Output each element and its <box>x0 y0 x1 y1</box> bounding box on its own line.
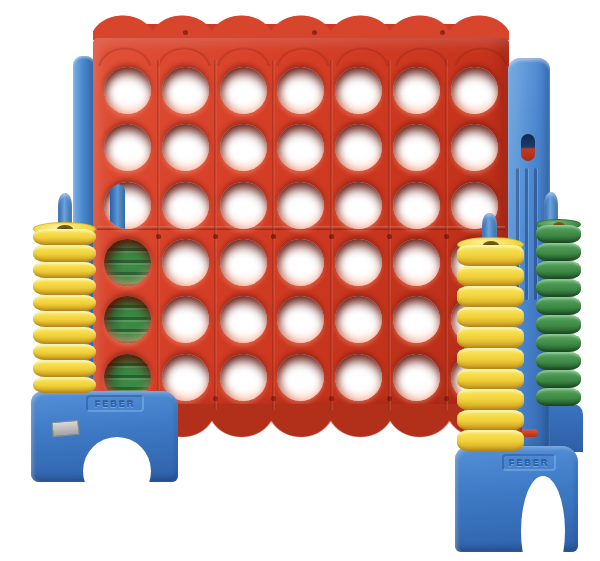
hole-r4c1 <box>104 239 151 286</box>
board-cell <box>445 119 503 176</box>
hole-r1c2 <box>162 67 209 114</box>
giant-connect-four-product-photo: FEBER FEBER <box>0 0 600 561</box>
board-cell <box>272 119 330 176</box>
hole-r5c5 <box>335 296 382 343</box>
hole-r4c4 <box>277 239 324 286</box>
green-disc <box>536 261 581 279</box>
board-cell <box>272 177 330 234</box>
hole-r4c3 <box>220 239 267 286</box>
hole-r2c7 <box>451 124 498 171</box>
hole-r1c4 <box>277 67 324 114</box>
hole-r6c4 <box>277 354 324 401</box>
stack-front-right <box>457 245 524 451</box>
rim-vent-dot <box>440 30 445 35</box>
green-disc <box>536 243 581 261</box>
hole-r5c6 <box>393 296 440 343</box>
green-disc <box>536 225 581 243</box>
feber-logo-left: FEBER <box>86 395 144 412</box>
hole-r3c5 <box>335 182 382 229</box>
hole-r2c5 <box>335 124 382 171</box>
connect-four-board <box>93 14 509 440</box>
hole-r4c6 <box>393 239 440 286</box>
yellow-disc <box>33 344 96 360</box>
yellow-disc <box>457 286 524 307</box>
green-disc <box>536 315 581 333</box>
board-cell <box>388 119 446 176</box>
yellow-disc <box>457 410 524 431</box>
board-cell <box>330 234 388 291</box>
yellow-disc <box>457 348 524 369</box>
board-cell <box>272 291 330 348</box>
board-cell <box>388 234 446 291</box>
yellow-disc <box>457 307 524 328</box>
board-cell <box>214 62 272 119</box>
rim-vent-dot <box>312 30 317 35</box>
hole-r6c5 <box>335 354 382 401</box>
left-leg: FEBER <box>31 391 178 482</box>
yellow-disc <box>33 311 96 327</box>
hole-r1c6 <box>393 67 440 114</box>
hole-r1c1 <box>104 67 151 114</box>
hole-r5c1 <box>104 296 151 343</box>
hole-r4c5 <box>335 239 382 286</box>
board-cell <box>330 177 388 234</box>
board-cell <box>445 62 503 119</box>
stack-rear-right <box>536 225 581 406</box>
yellow-disc <box>457 266 524 287</box>
board-cell <box>214 234 272 291</box>
seam-screw-dot <box>156 234 161 239</box>
green-disc <box>536 334 581 352</box>
yellow-disc <box>457 327 524 348</box>
board-cell <box>99 177 157 234</box>
board-top-scalloped-rim <box>93 14 509 40</box>
hole-r6c3 <box>220 354 267 401</box>
yellow-disc <box>33 262 96 278</box>
yellow-disc <box>33 295 96 311</box>
yellow-disc <box>33 327 96 343</box>
yellow-disc <box>457 245 524 266</box>
board-cell <box>388 177 446 234</box>
hole-r2c3 <box>220 124 267 171</box>
green-disc <box>536 352 581 370</box>
green-disc <box>536 279 581 297</box>
yellow-disc <box>457 389 524 410</box>
hole-r5c3 <box>220 296 267 343</box>
lock-slot <box>521 134 535 161</box>
board-cell <box>99 234 157 291</box>
hole-r6c6 <box>393 354 440 401</box>
yellow-disc <box>33 278 96 294</box>
board-cell <box>330 119 388 176</box>
yellow-disc <box>457 369 524 390</box>
board-cell <box>388 349 446 406</box>
board-cell <box>388 62 446 119</box>
hole-r2c1 <box>104 124 151 171</box>
seam-screw-dot <box>387 234 392 239</box>
hole-r3c4 <box>277 182 324 229</box>
hole-r3c6 <box>393 182 440 229</box>
feber-logo-right: FEBER <box>502 454 556 471</box>
yellow-disc <box>33 229 96 245</box>
board-cell <box>388 291 446 348</box>
post-groove <box>525 168 528 300</box>
yellow-disc <box>457 430 524 451</box>
hole-r1c5 <box>335 67 382 114</box>
hole-r3c1 <box>104 182 151 229</box>
board-cell <box>272 62 330 119</box>
seam-screw-dot <box>329 234 334 239</box>
yellow-disc <box>33 245 96 261</box>
board-cell <box>214 119 272 176</box>
hole-r2c6 <box>393 124 440 171</box>
hole-r5c4 <box>277 296 324 343</box>
board-cell <box>272 349 330 406</box>
hole-r1c7 <box>451 67 498 114</box>
hole-r3c3 <box>220 182 267 229</box>
board-cell <box>214 349 272 406</box>
hole-r4c2 <box>162 239 209 286</box>
board-cell <box>157 119 215 176</box>
right-leg: FEBER <box>455 446 578 552</box>
bottom-screw-dot <box>329 396 334 401</box>
board-cell <box>157 62 215 119</box>
green-disc <box>536 370 581 388</box>
board-cell <box>272 234 330 291</box>
green-disc <box>536 297 581 315</box>
board-cell <box>99 291 157 348</box>
yellow-disc <box>33 377 96 393</box>
board-cell <box>99 62 157 119</box>
yellow-disc <box>33 360 96 376</box>
board-cell <box>99 119 157 176</box>
rim-vent-dot <box>183 30 188 35</box>
board-cell <box>330 291 388 348</box>
board-cell <box>214 177 272 234</box>
board-cell <box>214 291 272 348</box>
stack-front-left <box>33 229 96 393</box>
bottom-screw-dot <box>387 396 392 401</box>
hole-r1c3 <box>220 67 267 114</box>
board-cell <box>157 177 215 234</box>
board-cell <box>157 291 215 348</box>
storage-pin-through-hole <box>110 184 125 229</box>
green-disc <box>536 388 581 406</box>
metal-plate-sticker <box>51 420 79 437</box>
hole-r3c2 <box>162 182 209 229</box>
hole-r2c2 <box>162 124 209 171</box>
hole-r2c4 <box>277 124 324 171</box>
board-cell <box>330 62 388 119</box>
board-cell <box>330 349 388 406</box>
board-cell <box>157 234 215 291</box>
hole-r5c2 <box>162 296 209 343</box>
